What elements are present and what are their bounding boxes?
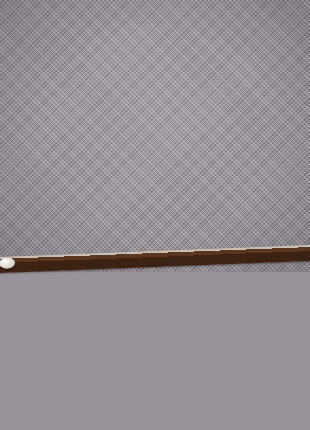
board-frame-edge [0, 243, 310, 274]
chess-board [0, 0, 310, 430]
chess-set-photo [0, 0, 310, 430]
